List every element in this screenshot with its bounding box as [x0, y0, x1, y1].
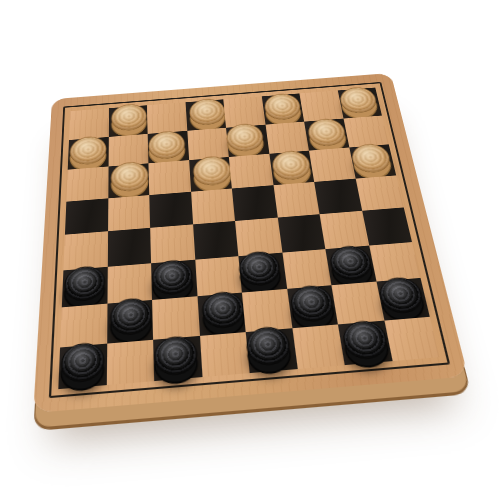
square-d8[interactable]: ⛂ — [185, 99, 226, 130]
checker-dark[interactable]: ⛀ — [61, 341, 105, 383]
checker-light[interactable]: ⛂ — [188, 98, 225, 126]
square-g4[interactable] — [320, 211, 369, 249]
square-b4[interactable] — [107, 228, 151, 267]
checker-dark[interactable]: ⛀ — [154, 335, 199, 377]
square-g6[interactable] — [309, 147, 355, 181]
square-b2[interactable]: ⛀ — [107, 300, 153, 343]
checkers-board: ⛂⛂⛂⛂⛂⛂⛂⛂⛂⛂⛂⛂⛀⛀⛀⛀⛀⛀⛀⛀⛀⛀⛀⛀ — [33, 73, 468, 413]
checker-light[interactable]: ⛂ — [270, 150, 311, 181]
square-b5[interactable] — [108, 195, 151, 232]
square-c3[interactable]: ⛀ — [151, 259, 197, 300]
square-f7[interactable] — [265, 121, 309, 153]
checker-light[interactable]: ⛂ — [70, 135, 107, 165]
square-c1[interactable]: ⛀ — [153, 335, 202, 381]
square-d5[interactable] — [191, 188, 235, 224]
checker-light[interactable]: ⛂ — [306, 118, 347, 148]
square-e7[interactable]: ⛂ — [226, 124, 269, 157]
square-d3[interactable] — [195, 256, 242, 296]
square-g5[interactable] — [314, 178, 362, 214]
square-h1[interactable] — [384, 316, 440, 361]
square-f4[interactable] — [277, 214, 325, 252]
square-b7[interactable] — [108, 134, 148, 167]
square-c7[interactable]: ⛂ — [148, 130, 189, 163]
square-h2[interactable]: ⛀ — [376, 278, 430, 320]
board-grid: ⛂⛂⛂⛂⛂⛂⛂⛂⛂⛂⛂⛂⛀⛀⛀⛀⛀⛀⛀⛀⛀⛀⛀⛀ — [58, 88, 439, 390]
square-b3[interactable] — [107, 263, 152, 304]
square-g8[interactable] — [299, 90, 343, 121]
square-a8[interactable] — [69, 108, 109, 139]
square-h3[interactable] — [369, 242, 421, 282]
square-b6[interactable]: ⛂ — [108, 163, 149, 198]
square-f2[interactable]: ⛀ — [287, 285, 338, 328]
square-f1[interactable] — [292, 324, 345, 369]
square-h4[interactable] — [362, 207, 412, 245]
square-g2[interactable] — [331, 282, 383, 324]
square-d4[interactable] — [193, 221, 239, 259]
square-c5[interactable] — [149, 191, 192, 227]
square-h8[interactable]: ⛂ — [337, 88, 381, 119]
square-a2[interactable] — [60, 304, 107, 347]
checker-dark[interactable]: ⛀ — [376, 276, 425, 315]
checker-dark[interactable]: ⛀ — [288, 284, 335, 323]
square-g7[interactable]: ⛂ — [304, 118, 349, 150]
checker-light[interactable]: ⛂ — [338, 86, 379, 114]
square-a4[interactable] — [63, 231, 107, 270]
checker-dark[interactable]: ⛀ — [245, 325, 292, 366]
square-g3[interactable]: ⛀ — [325, 245, 376, 285]
square-c2[interactable] — [152, 296, 199, 339]
square-b8[interactable]: ⛂ — [108, 105, 147, 136]
checker-light[interactable]: ⛂ — [263, 93, 302, 121]
square-a1[interactable]: ⛀ — [58, 343, 106, 389]
square-b1[interactable] — [106, 339, 154, 385]
square-a6[interactable] — [66, 166, 108, 201]
checker-light[interactable]: ⛂ — [192, 155, 232, 186]
checker-dark[interactable]: ⛀ — [64, 265, 106, 302]
square-c4[interactable] — [150, 224, 195, 262]
square-h5[interactable] — [355, 175, 404, 211]
square-a7[interactable]: ⛂ — [68, 137, 109, 170]
square-d6[interactable]: ⛂ — [189, 157, 232, 191]
square-e8[interactable] — [223, 96, 265, 127]
square-f5[interactable] — [273, 182, 320, 218]
checker-dark[interactable]: ⛀ — [238, 250, 282, 287]
square-f6[interactable]: ⛂ — [269, 151, 314, 185]
square-e3[interactable]: ⛀ — [238, 252, 286, 292]
square-e4[interactable] — [235, 218, 282, 256]
product-photo: ⛂⛂⛂⛂⛂⛂⛂⛂⛂⛂⛂⛂⛀⛀⛀⛀⛀⛀⛀⛀⛀⛀⛀⛀ — [0, 0, 500, 500]
square-a5[interactable] — [65, 198, 108, 235]
square-e6[interactable] — [229, 154, 273, 188]
checker-light[interactable]: ⛂ — [111, 103, 147, 132]
checker-dark[interactable]: ⛀ — [201, 291, 246, 330]
square-c8[interactable] — [147, 102, 187, 133]
square-a3[interactable]: ⛀ — [62, 266, 107, 307]
checker-dark[interactable]: ⛀ — [341, 319, 391, 360]
checker-dark[interactable]: ⛀ — [110, 297, 152, 336]
square-h6[interactable]: ⛂ — [349, 144, 396, 178]
checker-dark[interactable]: ⛀ — [152, 259, 194, 296]
square-c6[interactable] — [148, 160, 190, 195]
checker-light[interactable]: ⛂ — [349, 143, 392, 174]
square-d1[interactable] — [199, 332, 249, 377]
checker-dark[interactable]: ⛀ — [328, 244, 374, 281]
square-d7[interactable] — [187, 127, 229, 160]
board-border-line: ⛂⛂⛂⛂⛂⛂⛂⛂⛂⛂⛂⛂⛀⛀⛀⛀⛀⛀⛀⛀⛀⛀⛀⛀ — [49, 82, 450, 398]
checker-light[interactable]: ⛂ — [148, 130, 186, 160]
square-f8[interactable]: ⛂ — [261, 93, 304, 124]
checker-light[interactable]: ⛂ — [226, 122, 265, 152]
square-e2[interactable] — [242, 289, 292, 332]
checker-light[interactable]: ⛂ — [111, 161, 149, 193]
square-f3[interactable] — [282, 249, 332, 289]
square-g1[interactable]: ⛀ — [338, 320, 392, 365]
square-e1[interactable]: ⛀ — [246, 328, 298, 373]
square-d2[interactable]: ⛀ — [197, 293, 246, 336]
square-h7[interactable] — [343, 115, 389, 147]
square-e5[interactable] — [232, 185, 277, 221]
